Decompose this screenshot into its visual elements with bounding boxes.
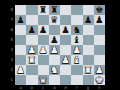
square-c8[interactable]: ♜ [38,5,49,15]
piece-white-pawn-h2: ♟ [94,65,105,75]
coord-rank-1: 1 [9,78,13,82]
piece-white-pawn-b4: ♟ [26,45,37,55]
square-d2[interactable]: ♞ [49,65,60,75]
coord-file-g: g [83,86,94,90]
square-g6[interactable] [83,25,94,35]
square-c2[interactable] [38,65,49,75]
square-c4[interactable]: ♟ [38,45,49,55]
square-h7[interactable]: ♟ [94,15,105,25]
coord-rank-8: 8 [9,8,13,12]
square-e5[interactable] [60,35,71,45]
square-d6[interactable] [49,25,60,35]
square-f4[interactable]: ♟ [71,45,82,55]
piece-white-queen-c1: ♛ [38,75,49,85]
square-a8[interactable] [15,5,26,15]
piece-black-king-h8: ♚ [94,5,105,15]
piece-black-knight-f6: ♞ [71,25,82,35]
piece-black-pawn-e6: ♟ [60,25,71,35]
square-e4[interactable] [60,45,71,55]
square-h4[interactable] [94,45,105,55]
square-e1[interactable] [60,75,71,85]
square-g3[interactable] [83,55,94,65]
square-f1[interactable] [71,75,82,85]
piece-black-pawn-d5: ♟ [49,35,60,45]
piece-white-king-h1: ♚ [94,75,105,85]
piece-black-pawn-g7: ♟ [83,15,94,25]
piece-black-rook-c8: ♜ [38,5,49,15]
square-a6[interactable] [15,25,26,35]
square-e6[interactable]: ♟ [60,25,71,35]
square-e8[interactable] [60,5,71,15]
piece-black-bishop-f5: ♝ [71,35,82,45]
piece-black-pawn-b6: ♟ [26,25,37,35]
square-d7[interactable]: ♛ [49,15,60,25]
square-e2[interactable] [60,65,71,75]
square-g7[interactable]: ♟ [83,15,94,25]
square-d8[interactable]: ♜ [49,5,60,15]
piece-black-rook-d8: ♜ [49,5,60,15]
square-b4[interactable]: ♟ [26,45,37,55]
square-c6[interactable]: ♟ [38,25,49,35]
square-a7[interactable]: ♟ [15,15,26,25]
coord-rank-2: 2 [9,68,13,72]
square-b6[interactable]: ♟ [26,25,37,35]
square-b2[interactable] [26,65,37,75]
piece-black-pawn-c6: ♟ [38,25,49,35]
square-h2[interactable]: ♟ [94,65,105,75]
coord-rank-5: 5 [9,38,13,42]
square-c3[interactable] [38,55,49,65]
piece-white-rook-b3: ♜ [26,55,37,65]
square-a2[interactable]: ♟ [15,65,26,75]
square-f6[interactable]: ♞ [71,25,82,35]
square-f5[interactable]: ♝ [71,35,82,45]
coord-file-h: h [94,86,105,90]
coord-file-f: f [71,86,82,90]
square-b1[interactable] [26,75,37,85]
square-d3[interactable] [49,55,60,65]
chessboard: ♜♜♚♟♛♟♟♟♟♟♞♟♝♟♟♟♟♜♟♝♟♞♜♟♛♚ [15,5,105,85]
square-g5[interactable] [83,35,94,45]
square-b8[interactable] [26,5,37,15]
square-c1[interactable]: ♛ [38,75,49,85]
piece-black-queen-d7: ♛ [49,15,60,25]
square-g2[interactable]: ♜ [83,65,94,75]
square-f3[interactable]: ♝ [71,55,82,65]
coord-rank-3: 3 [9,58,13,62]
square-h8[interactable]: ♚ [94,5,105,15]
piece-white-pawn-f4: ♟ [71,45,82,55]
square-c5[interactable] [38,35,49,45]
coord-rank-6: 6 [9,28,13,32]
coord-file-b: b [26,86,37,90]
piece-white-rook-g2: ♜ [83,65,94,75]
coord-file-c: c [38,86,49,90]
square-c7[interactable] [38,15,49,25]
square-f2[interactable] [71,65,82,75]
square-h5[interactable] [94,35,105,45]
square-b3[interactable]: ♜ [26,55,37,65]
piece-white-bishop-f3: ♝ [71,55,82,65]
square-h1[interactable]: ♚ [94,75,105,85]
piece-white-pawn-a2: ♟ [15,65,26,75]
square-g1[interactable] [83,75,94,85]
piece-white-pawn-c4: ♟ [38,45,49,55]
coord-file-d: d [49,86,60,90]
square-a1[interactable] [15,75,26,85]
coord-file-a: a [15,86,26,90]
square-d4[interactable]: ♟ [49,45,60,55]
square-a4[interactable] [15,45,26,55]
coord-rank-7: 7 [9,18,13,22]
square-e7[interactable] [60,15,71,25]
square-f8[interactable] [71,5,82,15]
square-g8[interactable] [83,5,94,15]
square-b5[interactable] [26,35,37,45]
piece-black-pawn-a7: ♟ [15,15,26,25]
square-f7[interactable] [71,15,82,25]
square-a5[interactable] [15,35,26,45]
coord-rank-4: 4 [9,48,13,52]
video-frame: ♜♜♚♟♛♟♟♟♟♟♞♟♝♟♟♟♟♜♟♝♟♞♜♟♛♚ 87654321abcde… [0,0,120,90]
square-a3[interactable] [15,55,26,65]
square-d1[interactable] [49,75,60,85]
square-h3[interactable] [94,55,105,65]
coord-file-e: e [60,86,71,90]
square-h6[interactable] [94,25,105,35]
square-b7[interactable] [26,15,37,25]
piece-black-pawn-h7: ♟ [94,15,105,25]
piece-white-pawn-d4: ♟ [49,45,60,55]
square-e3[interactable]: ♟ [60,55,71,65]
square-d5[interactable]: ♟ [49,35,60,45]
square-g4[interactable] [83,45,94,55]
piece-white-knight-d2: ♞ [49,65,60,75]
piece-white-pawn-e3: ♟ [60,55,71,65]
